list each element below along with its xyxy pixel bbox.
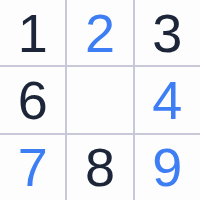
sudoku-cell-r1c1[interactable] [67, 67, 132, 132]
sudoku-cell-r0c0[interactable]: 1 [0, 0, 65, 65]
cell-digit: 9 [152, 140, 182, 194]
sudoku-cell-r1c2[interactable]: 4 [135, 67, 200, 132]
cell-digit: 3 [152, 6, 182, 60]
sudoku-cell-r2c0[interactable]: 7 [0, 135, 65, 200]
sudoku-cell-r0c2[interactable]: 3 [135, 0, 200, 65]
sudoku-cell-r2c1[interactable]: 8 [67, 135, 132, 200]
cell-digit: 6 [18, 73, 48, 127]
cell-digit: 8 [85, 140, 115, 194]
sudoku-grid: 1 2 3 6 4 7 8 9 [0, 0, 200, 200]
sudoku-cell-r1c0[interactable]: 6 [0, 67, 65, 132]
cell-digit: 4 [152, 73, 182, 127]
cell-digit: 2 [85, 6, 115, 60]
cell-digit: 7 [18, 140, 48, 194]
sudoku-cell-r0c1[interactable]: 2 [67, 0, 132, 65]
cell-digit: 1 [18, 6, 48, 60]
sudoku-cell-r2c2[interactable]: 9 [135, 135, 200, 200]
